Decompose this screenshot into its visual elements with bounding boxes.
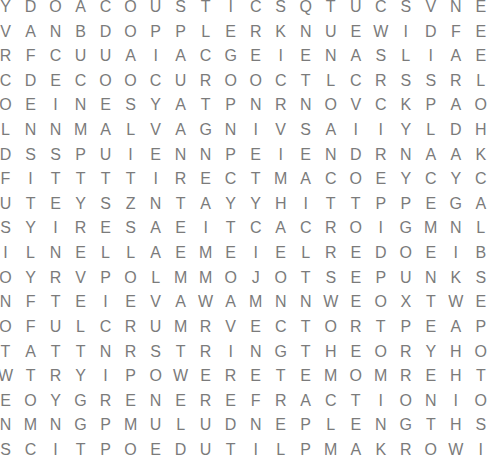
grid-cell[interactable]: S — [18, 142, 43, 167]
grid-cell[interactable]: D — [93, 19, 118, 44]
grid-cell[interactable]: N — [143, 192, 168, 217]
grid-cell[interactable]: N — [368, 413, 393, 438]
grid-cell[interactable]: T — [268, 364, 293, 389]
grid-cell[interactable]: V — [343, 93, 368, 118]
grid-cell[interactable]: M — [168, 265, 193, 290]
grid-cell[interactable]: L — [168, 413, 193, 438]
grid-cell[interactable]: U — [143, 413, 168, 438]
grid-cell[interactable]: S — [143, 339, 168, 364]
grid-cell[interactable]: M — [68, 118, 93, 143]
grid-cell[interactable]: K — [468, 142, 487, 167]
grid-cell[interactable]: I — [143, 167, 168, 192]
grid-cell[interactable]: V — [268, 118, 293, 143]
grid-cell[interactable]: L — [468, 69, 487, 94]
grid-cell[interactable]: M — [318, 438, 343, 461]
grid-cell[interactable]: C — [93, 315, 118, 340]
grid-cell[interactable]: D — [18, 69, 43, 94]
grid-cell[interactable]: E — [343, 241, 368, 266]
grid-cell[interactable]: I — [218, 0, 243, 19]
grid-cell[interactable]: D — [0, 142, 18, 167]
grid-cell[interactable]: C — [43, 44, 68, 69]
grid-cell[interactable]: E — [143, 142, 168, 167]
grid-cell[interactable]: O — [243, 69, 268, 94]
grid-cell[interactable]: E — [243, 364, 268, 389]
grid-cell[interactable]: H — [443, 413, 468, 438]
grid-cell[interactable]: A — [193, 192, 218, 217]
grid-cell[interactable]: E — [468, 19, 487, 44]
grid-cell[interactable]: E — [468, 290, 487, 315]
grid-cell[interactable]: S — [468, 413, 487, 438]
grid-cell[interactable]: W — [318, 290, 343, 315]
grid-cell[interactable]: Y — [43, 388, 68, 413]
grid-cell[interactable]: O — [0, 315, 18, 340]
grid-cell[interactable]: E — [343, 265, 368, 290]
grid-cell[interactable]: O — [343, 167, 368, 192]
grid-cell[interactable]: U — [0, 192, 18, 217]
grid-cell[interactable]: E — [68, 241, 93, 266]
grid-cell[interactable]: P — [393, 315, 418, 340]
grid-cell[interactable]: U — [193, 438, 218, 461]
grid-cell[interactable]: E — [168, 216, 193, 241]
grid-cell[interactable]: P — [368, 192, 393, 217]
grid-cell[interactable]: C — [218, 167, 243, 192]
grid-cell[interactable]: L — [143, 265, 168, 290]
grid-cell[interactable]: S — [418, 69, 443, 94]
grid-cell[interactable]: E — [268, 413, 293, 438]
grid-cell[interactable]: A — [443, 93, 468, 118]
grid-cell[interactable]: M — [193, 265, 218, 290]
grid-cell[interactable]: E — [243, 44, 268, 69]
grid-cell[interactable]: P — [218, 142, 243, 167]
grid-cell[interactable]: D — [218, 413, 243, 438]
grid-cell[interactable]: P — [93, 438, 118, 461]
grid-cell[interactable]: I — [293, 192, 318, 217]
grid-cell[interactable]: A — [268, 216, 293, 241]
grid-cell[interactable]: C — [243, 0, 268, 19]
grid-cell[interactable]: E — [343, 339, 368, 364]
grid-cell[interactable]: V — [68, 265, 93, 290]
grid-cell[interactable]: E — [468, 44, 487, 69]
grid-cell[interactable]: E — [118, 388, 143, 413]
grid-cell[interactable]: N — [418, 388, 443, 413]
grid-cell[interactable]: Y — [243, 192, 268, 217]
grid-cell[interactable]: O — [43, 0, 68, 19]
grid-cell[interactable]: I — [93, 364, 118, 389]
grid-cell[interactable]: J — [243, 265, 268, 290]
grid-cell[interactable]: I — [243, 241, 268, 266]
grid-cell[interactable]: N — [243, 339, 268, 364]
grid-cell[interactable]: K — [443, 265, 468, 290]
grid-cell[interactable]: I — [343, 118, 368, 143]
grid-cell[interactable]: L — [393, 44, 418, 69]
grid-cell[interactable]: I — [368, 388, 393, 413]
grid-cell[interactable]: R — [43, 265, 68, 290]
grid-cell[interactable]: T — [18, 192, 43, 217]
grid-cell[interactable]: P — [93, 413, 118, 438]
grid-cell[interactable]: K — [393, 93, 418, 118]
grid-cell[interactable]: D — [343, 142, 368, 167]
grid-cell[interactable]: O — [218, 69, 243, 94]
grid-cell[interactable]: T — [0, 339, 18, 364]
grid-cell[interactable]: I — [443, 241, 468, 266]
grid-cell[interactable]: W — [193, 290, 218, 315]
grid-cell[interactable]: L — [118, 241, 143, 266]
grid-cell[interactable]: P — [418, 93, 443, 118]
grid-cell[interactable]: C — [368, 0, 393, 19]
grid-cell[interactable]: T — [68, 438, 93, 461]
grid-cell[interactable]: O — [218, 265, 243, 290]
grid-cell[interactable]: C — [93, 0, 118, 19]
grid-cell[interactable]: A — [443, 315, 468, 340]
grid-cell[interactable]: A — [443, 44, 468, 69]
grid-cell[interactable]: N — [93, 339, 118, 364]
grid-cell[interactable]: T — [243, 167, 268, 192]
grid-cell[interactable]: M — [268, 167, 293, 192]
grid-cell[interactable]: U — [143, 0, 168, 19]
grid-cell[interactable]: T — [218, 438, 243, 461]
grid-cell[interactable]: T — [43, 167, 68, 192]
grid-cell[interactable]: P — [143, 19, 168, 44]
grid-cell[interactable]: T — [68, 339, 93, 364]
grid-cell[interactable]: L — [318, 69, 343, 94]
grid-cell[interactable]: S — [0, 438, 18, 461]
grid-cell[interactable]: N — [43, 241, 68, 266]
grid-cell[interactable]: T — [368, 315, 393, 340]
grid-cell[interactable]: S — [93, 192, 118, 217]
grid-cell[interactable]: Y — [18, 216, 43, 241]
grid-cell[interactable]: R — [393, 438, 418, 461]
grid-cell[interactable]: E — [468, 0, 487, 19]
grid-cell[interactable]: E — [193, 364, 218, 389]
grid-cell[interactable]: G — [218, 44, 243, 69]
grid-cell[interactable]: U — [393, 265, 418, 290]
grid-cell[interactable]: M — [168, 315, 193, 340]
grid-cell[interactable]: R — [193, 69, 218, 94]
grid-cell[interactable]: M — [368, 364, 393, 389]
grid-cell[interactable]: H — [443, 339, 468, 364]
grid-cell[interactable]: N — [43, 19, 68, 44]
grid-cell[interactable]: M — [318, 364, 343, 389]
grid-cell[interactable]: T — [43, 290, 68, 315]
grid-cell[interactable]: I — [418, 44, 443, 69]
grid-cell[interactable]: O — [393, 241, 418, 266]
grid-cell[interactable]: O — [118, 0, 143, 19]
grid-cell[interactable]: H — [318, 339, 343, 364]
grid-cell[interactable]: T — [318, 0, 343, 19]
grid-cell[interactable]: L — [118, 118, 143, 143]
grid-cell[interactable]: A — [118, 44, 143, 69]
grid-cell[interactable]: N — [143, 388, 168, 413]
grid-cell[interactable]: N — [418, 265, 443, 290]
grid-cell[interactable]: E — [68, 290, 93, 315]
grid-cell[interactable]: P — [68, 142, 93, 167]
grid-cell[interactable]: R — [318, 241, 343, 266]
grid-cell[interactable]: W — [0, 364, 18, 389]
grid-cell[interactable]: E — [168, 241, 193, 266]
grid-cell[interactable]: I — [0, 241, 18, 266]
grid-cell[interactable]: E — [368, 167, 393, 192]
grid-cell[interactable]: Y — [68, 364, 93, 389]
grid-cell[interactable]: S — [118, 216, 143, 241]
grid-cell[interactable]: R — [118, 339, 143, 364]
grid-cell[interactable]: I — [368, 216, 393, 241]
grid-cell[interactable]: O — [343, 364, 368, 389]
grid-cell[interactable]: P — [368, 265, 393, 290]
grid-cell[interactable]: S — [293, 118, 318, 143]
grid-cell[interactable]: N — [43, 413, 68, 438]
grid-cell[interactable]: C — [268, 315, 293, 340]
grid-cell[interactable]: Z — [118, 192, 143, 217]
grid-cell[interactable]: M — [193, 241, 218, 266]
grid-cell[interactable]: O — [0, 265, 18, 290]
grid-cell[interactable]: G — [193, 118, 218, 143]
grid-cell[interactable]: E — [218, 388, 243, 413]
grid-cell[interactable]: A — [143, 241, 168, 266]
grid-cell[interactable]: I — [143, 44, 168, 69]
grid-cell[interactable]: C — [18, 438, 43, 461]
grid-cell[interactable]: O — [118, 438, 143, 461]
grid-cell[interactable]: I — [118, 142, 143, 167]
grid-cell[interactable]: G — [443, 192, 468, 217]
grid-cell[interactable]: E — [193, 167, 218, 192]
grid-cell[interactable]: C — [418, 167, 443, 192]
grid-cell[interactable]: C — [343, 69, 368, 94]
grid-cell[interactable]: R — [43, 364, 68, 389]
grid-cell[interactable]: I — [43, 216, 68, 241]
grid-cell[interactable]: E — [343, 413, 368, 438]
grid-cell[interactable]: T — [418, 413, 443, 438]
grid-cell[interactable]: S — [468, 265, 487, 290]
grid-cell[interactable]: T — [468, 364, 487, 389]
grid-cell[interactable]: A — [293, 167, 318, 192]
grid-cell[interactable]: T — [293, 315, 318, 340]
grid-cell[interactable]: L — [0, 118, 18, 143]
grid-cell[interactable]: E — [93, 216, 118, 241]
grid-cell[interactable]: A — [343, 438, 368, 461]
grid-cell[interactable]: E — [418, 364, 443, 389]
grid-cell[interactable]: T — [43, 339, 68, 364]
grid-cell[interactable]: R — [393, 364, 418, 389]
grid-cell[interactable]: C — [0, 69, 18, 94]
grid-cell[interactable]: Y — [443, 167, 468, 192]
grid-cell[interactable]: P — [218, 93, 243, 118]
grid-cell[interactable]: T — [93, 167, 118, 192]
grid-cell[interactable]: R — [368, 142, 393, 167]
grid-cell[interactable]: T — [293, 339, 318, 364]
grid-cell[interactable]: E — [168, 388, 193, 413]
grid-cell[interactable]: H — [268, 192, 293, 217]
grid-cell[interactable]: R — [268, 93, 293, 118]
grid-cell[interactable]: T — [343, 192, 368, 217]
grid-cell[interactable]: M — [18, 413, 43, 438]
grid-cell[interactable]: E — [18, 93, 43, 118]
grid-cell[interactable]: B — [468, 241, 487, 266]
grid-cell[interactable]: O — [268, 265, 293, 290]
grid-cell[interactable]: V — [0, 19, 18, 44]
grid-cell[interactable]: E — [418, 192, 443, 217]
grid-cell[interactable]: A — [168, 118, 193, 143]
grid-cell[interactable]: R — [218, 364, 243, 389]
grid-cell[interactable]: H — [468, 118, 487, 143]
grid-cell[interactable]: P — [468, 315, 487, 340]
grid-cell[interactable]: R — [68, 216, 93, 241]
grid-cell[interactable]: D — [418, 19, 443, 44]
grid-cell[interactable]: N — [168, 142, 193, 167]
grid-cell[interactable]: L — [193, 19, 218, 44]
grid-cell[interactable]: E — [93, 93, 118, 118]
grid-cell[interactable]: L — [268, 438, 293, 461]
grid-cell[interactable]: A — [218, 290, 243, 315]
grid-cell[interactable]: Q — [293, 0, 318, 19]
grid-cell[interactable]: S — [0, 216, 18, 241]
grid-cell[interactable]: L — [318, 413, 343, 438]
grid-cell[interactable]: Y — [218, 192, 243, 217]
grid-cell[interactable]: R — [193, 315, 218, 340]
grid-cell[interactable]: O — [418, 438, 443, 461]
grid-cell[interactable]: Y — [68, 192, 93, 217]
grid-cell[interactable]: T — [293, 265, 318, 290]
grid-cell[interactable]: R — [93, 388, 118, 413]
grid-cell[interactable]: N — [68, 93, 93, 118]
grid-cell[interactable]: F — [18, 44, 43, 69]
grid-cell[interactable]: T — [343, 388, 368, 413]
grid-cell[interactable]: N — [268, 290, 293, 315]
grid-cell[interactable]: C — [368, 93, 393, 118]
grid-cell[interactable]: C — [68, 69, 93, 94]
grid-cell[interactable]: R — [318, 216, 343, 241]
grid-cell[interactable]: R — [193, 339, 218, 364]
grid-cell[interactable]: N — [0, 290, 18, 315]
grid-cell[interactable]: A — [68, 0, 93, 19]
grid-cell[interactable]: G — [68, 388, 93, 413]
grid-cell[interactable]: N — [218, 118, 243, 143]
grid-cell[interactable]: U — [343, 0, 368, 19]
grid-cell[interactable]: T — [418, 290, 443, 315]
grid-cell[interactable]: I — [43, 93, 68, 118]
grid-cell[interactable]: V — [418, 0, 443, 19]
grid-cell[interactable]: N — [293, 290, 318, 315]
grid-cell[interactable]: N — [293, 93, 318, 118]
grid-cell[interactable]: I — [43, 438, 68, 461]
grid-cell[interactable]: S — [268, 0, 293, 19]
grid-cell[interactable]: C — [193, 44, 218, 69]
grid-cell[interactable]: R — [118, 315, 143, 340]
grid-cell[interactable]: A — [168, 93, 193, 118]
grid-cell[interactable]: O — [0, 93, 18, 118]
grid-cell[interactable]: Y — [0, 0, 18, 19]
grid-cell[interactable]: W — [168, 364, 193, 389]
grid-cell[interactable]: D — [168, 438, 193, 461]
grid-cell[interactable]: R — [0, 44, 18, 69]
grid-cell[interactable]: P — [293, 413, 318, 438]
grid-cell[interactable]: M — [418, 216, 443, 241]
grid-cell[interactable]: T — [118, 167, 143, 192]
grid-cell[interactable]: T — [318, 192, 343, 217]
grid-cell[interactable]: P — [93, 265, 118, 290]
grid-cell[interactable]: O — [118, 265, 143, 290]
grid-cell[interactable]: I — [368, 118, 393, 143]
grid-cell[interactable]: F — [18, 315, 43, 340]
grid-cell[interactable]: E — [118, 290, 143, 315]
grid-cell[interactable]: Y — [393, 167, 418, 192]
grid-cell[interactable]: O — [343, 216, 368, 241]
grid-cell[interactable]: O — [93, 69, 118, 94]
grid-cell[interactable]: N — [443, 0, 468, 19]
grid-cell[interactable]: S — [393, 0, 418, 19]
grid-cell[interactable]: W — [443, 290, 468, 315]
grid-cell[interactable]: O — [318, 315, 343, 340]
grid-cell[interactable]: P — [293, 438, 318, 461]
grid-cell[interactable]: Y — [418, 339, 443, 364]
grid-cell[interactable]: T — [193, 0, 218, 19]
grid-cell[interactable]: N — [243, 413, 268, 438]
grid-cell[interactable]: O — [368, 339, 393, 364]
grid-cell[interactable]: O — [468, 388, 487, 413]
grid-cell[interactable]: N — [318, 44, 343, 69]
grid-cell[interactable]: E — [243, 142, 268, 167]
grid-cell[interactable]: I — [268, 142, 293, 167]
grid-cell[interactable]: L — [18, 241, 43, 266]
grid-cell[interactable]: E — [343, 19, 368, 44]
grid-cell[interactable]: N — [293, 19, 318, 44]
grid-cell[interactable]: X — [393, 290, 418, 315]
grid-cell[interactable]: A — [468, 192, 487, 217]
grid-cell[interactable]: E — [218, 241, 243, 266]
grid-cell[interactable]: K — [368, 438, 393, 461]
grid-cell[interactable]: L — [293, 241, 318, 266]
grid-cell[interactable]: W — [368, 19, 393, 44]
grid-cell[interactable]: F — [18, 290, 43, 315]
grid-cell[interactable]: I — [18, 167, 43, 192]
grid-cell[interactable]: C — [143, 69, 168, 94]
grid-cell[interactable]: E — [268, 241, 293, 266]
grid-cell[interactable]: O — [18, 388, 43, 413]
grid-cell[interactable]: A — [343, 44, 368, 69]
grid-cell[interactable]: C — [293, 216, 318, 241]
grid-cell[interactable]: E — [43, 69, 68, 94]
grid-cell[interactable]: O — [318, 93, 343, 118]
grid-cell[interactable]: Y — [393, 118, 418, 143]
grid-cell[interactable]: G — [393, 216, 418, 241]
grid-cell[interactable]: M — [118, 413, 143, 438]
grid-cell[interactable]: N — [18, 118, 43, 143]
grid-cell[interactable]: E — [293, 142, 318, 167]
grid-cell[interactable]: C — [468, 167, 487, 192]
grid-cell[interactable]: T — [193, 93, 218, 118]
grid-cell[interactable]: A — [293, 388, 318, 413]
grid-cell[interactable]: F — [443, 19, 468, 44]
grid-cell[interactable]: B — [68, 19, 93, 44]
grid-cell[interactable]: A — [143, 216, 168, 241]
grid-cell[interactable]: O — [118, 69, 143, 94]
grid-cell[interactable]: I — [243, 438, 268, 461]
grid-cell[interactable]: U — [93, 44, 118, 69]
grid-cell[interactable]: N — [43, 118, 68, 143]
grid-cell[interactable]: O — [468, 339, 487, 364]
grid-cell[interactable]: U — [193, 413, 218, 438]
grid-cell[interactable]: G — [68, 413, 93, 438]
grid-cell[interactable]: S — [168, 0, 193, 19]
grid-cell[interactable]: D — [443, 118, 468, 143]
grid-cell[interactable]: G — [393, 413, 418, 438]
grid-cell[interactable]: V — [218, 315, 243, 340]
grid-cell[interactable]: S — [368, 44, 393, 69]
grid-cell[interactable]: L — [93, 241, 118, 266]
grid-cell[interactable]: O — [118, 19, 143, 44]
grid-cell[interactable]: U — [93, 142, 118, 167]
grid-cell[interactable]: P — [118, 364, 143, 389]
grid-cell[interactable]: N — [393, 142, 418, 167]
